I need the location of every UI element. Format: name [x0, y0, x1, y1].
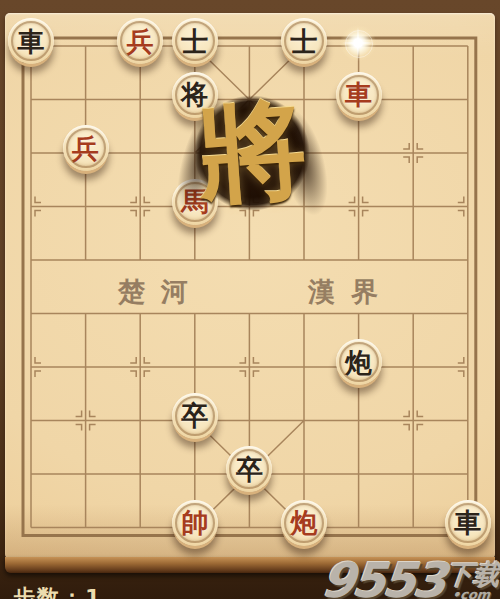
river-label-right: 漢界 [308, 274, 394, 310]
watermark: 9553 下载 •com [320, 560, 500, 599]
piece-character: 将 [172, 72, 218, 118]
piece-black-chariot[interactable]: 車 [8, 18, 54, 64]
watermark-number: 9553 [320, 560, 446, 599]
piece-red-chariot[interactable]: 車 [336, 72, 382, 118]
piece-character: 炮 [336, 339, 382, 385]
piece-black-advisor[interactable]: 士 [172, 18, 218, 64]
piece-black-chariot[interactable]: 車 [445, 500, 491, 546]
piece-character: 士 [172, 18, 218, 64]
piece-character: 帥 [172, 500, 218, 546]
piece-red-general[interactable]: 帥 [172, 500, 218, 546]
piece-black-soldier[interactable]: 卒 [172, 393, 218, 439]
piece-red-cannon[interactable]: 炮 [281, 500, 327, 546]
river-label-left: 楚河 [118, 274, 204, 310]
piece-black-cannon[interactable]: 炮 [336, 339, 382, 385]
piece-black-general[interactable]: 将 [172, 72, 218, 118]
piece-character: 卒 [172, 393, 218, 439]
watermark-cn: 下载 [445, 561, 500, 588]
piece-character: 炮 [281, 500, 327, 546]
piece-red-horse[interactable]: 馬 [172, 179, 218, 225]
piece-character: 兵 [117, 18, 163, 64]
piece-character: 卒 [226, 446, 272, 492]
piece-character: 兵 [63, 125, 109, 171]
app-screen: 楚河 漢界 車兵士士将車兵馬炮卒卒帥炮車 將 步数：1 9553 下载 •com [0, 0, 500, 599]
step-counter: 步数：1 [13, 583, 102, 599]
watermark-com: •com [452, 588, 492, 599]
piece-character: 車 [445, 500, 491, 546]
piece-red-soldier[interactable]: 兵 [63, 125, 109, 171]
piece-red-soldier[interactable]: 兵 [117, 18, 163, 64]
piece-character: 馬 [172, 179, 218, 225]
piece-black-advisor[interactable]: 士 [281, 18, 327, 64]
piece-black-soldier[interactable]: 卒 [226, 446, 272, 492]
board-grid [0, 0, 500, 599]
piece-character: 士 [281, 18, 327, 64]
piece-character: 車 [8, 18, 54, 64]
piece-character: 車 [336, 72, 382, 118]
